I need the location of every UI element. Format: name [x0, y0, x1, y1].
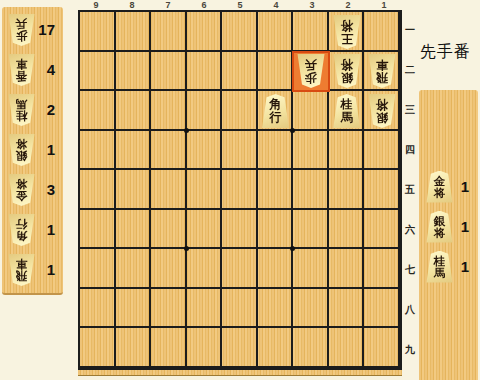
piece-kanji: 桂 [434, 255, 446, 267]
piece-kanji: 車 [376, 58, 388, 71]
rank-label: 四 [402, 130, 418, 170]
hand-row-飛車: 飛車1 [7, 253, 59, 286]
piece-kanji: 飛 [376, 71, 388, 84]
piece-kanji: 銀 [376, 111, 388, 124]
piece-kanji: 将 [341, 58, 353, 71]
piece-kanji: 銀 [16, 150, 28, 162]
star-dot [184, 128, 189, 133]
gote-piece-王将[interactable]: 王将 [332, 15, 362, 49]
gote-piece-銀将[interactable]: 銀将 [332, 54, 362, 88]
hand-row-銀将: 銀将1 [7, 133, 59, 166]
sente-piece-桂馬[interactable]: 桂馬 [425, 251, 454, 283]
rank-label: 七 [402, 250, 418, 290]
sente-piece-金将[interactable]: 金将 [425, 171, 454, 203]
piece-kanji: 将 [434, 227, 446, 239]
rank-label: 六 [402, 210, 418, 250]
hand-row-歩兵: 歩兵17 [7, 13, 59, 46]
star-dot [290, 246, 295, 251]
turn-indicator: 先手番 [420, 42, 480, 63]
sente-piece-角行[interactable]: 角行 [261, 94, 291, 128]
piece-kanji: 銀 [341, 71, 353, 84]
file-label: 7 [150, 0, 186, 10]
gote-piece-銀将[interactable]: 銀将 [367, 94, 397, 128]
rank-label: 九 [402, 330, 418, 370]
sente-hand-tray: 金将1銀将1桂馬1 [419, 90, 478, 380]
piece-kanji: 歩 [305, 71, 317, 84]
piece-kanji: 馬 [341, 111, 353, 124]
piece-kanji: 行 [16, 218, 28, 230]
piece-kanji: 金 [16, 190, 28, 202]
hand-row-香車: 香車4 [7, 53, 59, 86]
file-label: 3 [294, 0, 330, 10]
piece-kanji: 兵 [16, 18, 28, 30]
star-dot [184, 246, 189, 251]
piece-kanji: 馬 [434, 267, 446, 279]
piece-kanji: 行 [270, 111, 282, 124]
gote-hand-tray: 歩兵17香車4桂馬2銀将1金将3角行1飛車1 [2, 7, 63, 295]
hand-row-金将: 金将3 [7, 173, 59, 206]
piece-kanji: 角 [16, 230, 28, 242]
piece-kanji: 桂 [341, 98, 353, 111]
sente-piece-桂馬[interactable]: 桂馬 [332, 94, 362, 128]
hand-count: 4 [47, 61, 59, 78]
piece-kanji: 桂 [16, 110, 28, 122]
file-label: 1 [366, 0, 402, 10]
rank-label: 二 [402, 50, 418, 90]
file-label: 5 [222, 0, 258, 10]
gote-piece-歩兵[interactable]: 歩兵 [7, 14, 36, 46]
hand-count: 2 [47, 101, 59, 118]
piece-kanji: 車 [16, 58, 28, 70]
hand-row-桂馬: 桂馬1 [425, 250, 473, 283]
shogi-board[interactable]: 王将歩兵銀将飛車角行桂馬銀将 [78, 10, 402, 370]
hand-count: 1 [461, 258, 473, 275]
piece-kanji: 将 [341, 19, 353, 32]
file-label: 4 [258, 0, 294, 10]
piece-kanji: 将 [16, 178, 28, 190]
hand-count: 3 [47, 181, 59, 198]
rank-label: 一 [402, 10, 418, 50]
hand-count: 1 [47, 221, 59, 238]
gote-piece-角行[interactable]: 角行 [7, 214, 36, 246]
file-label: 9 [78, 0, 114, 10]
gote-piece-香車[interactable]: 香車 [7, 54, 36, 86]
piece-kanji: 金 [434, 175, 446, 187]
sente-piece-銀将[interactable]: 銀将 [425, 211, 454, 243]
shogi-app: 歩兵17香車4桂馬2銀将1金将3角行1飛車1 987654321 一二三四五六七… [0, 0, 480, 380]
hand-count: 1 [461, 178, 473, 195]
rank-label: 三 [402, 90, 418, 130]
file-label: 6 [186, 0, 222, 10]
hand-count: 1 [47, 261, 59, 278]
hand-count: 1 [461, 218, 473, 235]
star-dot [290, 128, 295, 133]
board-panel: 王将歩兵銀将飛車角行桂馬銀将 [78, 10, 402, 376]
hand-row-銀将: 銀将1 [425, 210, 473, 243]
piece-kanji: 飛 [16, 270, 28, 282]
file-label: 2 [330, 0, 366, 10]
hand-count: 1 [47, 141, 59, 158]
piece-kanji: 車 [16, 258, 28, 270]
rank-labels: 一二三四五六七八九 [402, 10, 418, 370]
piece-kanji: 銀 [434, 215, 446, 227]
piece-kanji: 将 [376, 98, 388, 111]
rank-label: 五 [402, 170, 418, 210]
piece-kanji: 馬 [16, 98, 28, 110]
hand-count: 17 [38, 21, 59, 38]
hand-row-角行: 角行1 [7, 213, 59, 246]
piece-kanji: 兵 [305, 58, 317, 71]
gote-piece-飛車[interactable]: 飛車 [367, 54, 397, 88]
file-labels: 987654321 [78, 0, 402, 10]
gote-piece-飛車[interactable]: 飛車 [7, 254, 36, 286]
hand-row-金将: 金将1 [425, 170, 473, 203]
hand-row-桂馬: 桂馬2 [7, 93, 59, 126]
gote-piece-金将[interactable]: 金将 [7, 174, 36, 206]
file-label: 8 [114, 0, 150, 10]
piece-kanji: 角 [270, 98, 282, 111]
piece-kanji: 将 [16, 138, 28, 150]
rank-label: 八 [402, 290, 418, 330]
gote-piece-銀将[interactable]: 銀将 [7, 134, 36, 166]
gote-piece-桂馬[interactable]: 桂馬 [7, 94, 36, 126]
piece-kanji: 香 [16, 70, 28, 82]
piece-kanji: 将 [434, 187, 446, 199]
piece-kanji: 王 [341, 32, 353, 45]
piece-kanji: 歩 [16, 30, 28, 42]
